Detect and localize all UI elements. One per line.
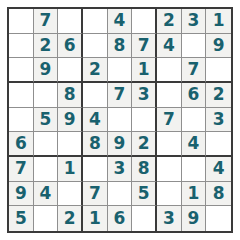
sudoku-cell-r5c9: 3 <box>206 108 231 133</box>
sudoku-cell-r1c1[interactable] <box>9 9 34 34</box>
sudoku-cell-r7c5: 3 <box>108 157 133 182</box>
sudoku-cell-r9c1: 5 <box>9 206 34 231</box>
sudoku-cell-r2c4[interactable] <box>83 34 108 59</box>
sudoku-cell-r4c5: 7 <box>108 83 133 108</box>
sudoku-cell-r1c9: 1 <box>206 9 231 34</box>
sudoku-board: 7423126874992178736259473689247138494751… <box>7 7 233 233</box>
sudoku-cell-r2c2: 2 <box>34 34 59 59</box>
sudoku-cell-r8c4: 7 <box>83 182 108 207</box>
sudoku-cell-r4c7[interactable] <box>157 83 182 108</box>
sudoku-cell-r8c5[interactable] <box>108 182 133 207</box>
sudoku-cell-r3c8: 7 <box>182 58 207 83</box>
sudoku-cell-r9c8: 9 <box>182 206 207 231</box>
sudoku-cell-r6c6: 2 <box>132 132 157 157</box>
sudoku-cell-r6c5: 9 <box>108 132 133 157</box>
sudoku-cell-r3c7[interactable] <box>157 58 182 83</box>
sudoku-cell-r3c3[interactable] <box>58 58 83 83</box>
sudoku-cell-r7c1: 7 <box>9 157 34 182</box>
sudoku-cell-r3c5[interactable] <box>108 58 133 83</box>
sudoku-cell-r6c8: 4 <box>182 132 207 157</box>
sudoku-cell-r8c2: 4 <box>34 182 59 207</box>
sudoku-cell-r4c9: 2 <box>206 83 231 108</box>
sudoku-cell-r7c2[interactable] <box>34 157 59 182</box>
sudoku-cell-r9c2[interactable] <box>34 206 59 231</box>
sudoku-cell-r5c4: 4 <box>83 108 108 133</box>
sudoku-cell-r4c2[interactable] <box>34 83 59 108</box>
sudoku-cell-r3c6: 1 <box>132 58 157 83</box>
sudoku-cell-r6c2[interactable] <box>34 132 59 157</box>
sudoku-cell-r8c9: 8 <box>206 182 231 207</box>
sudoku-cell-r2c7: 4 <box>157 34 182 59</box>
sudoku-cell-r1c7: 2 <box>157 9 182 34</box>
sudoku-cell-r3c1[interactable] <box>9 58 34 83</box>
sudoku-cell-r9c6[interactable] <box>132 206 157 231</box>
sudoku-cell-r9c4: 1 <box>83 206 108 231</box>
sudoku-cell-r6c9[interactable] <box>206 132 231 157</box>
sudoku-cell-r6c4: 8 <box>83 132 108 157</box>
sudoku-cell-r7c3: 1 <box>58 157 83 182</box>
sudoku-cell-r8c7[interactable] <box>157 182 182 207</box>
sudoku-cell-r8c3[interactable] <box>58 182 83 207</box>
sudoku-cell-r5c6[interactable] <box>132 108 157 133</box>
sudoku-cell-r7c7[interactable] <box>157 157 182 182</box>
sudoku-cell-r5c2: 5 <box>34 108 59 133</box>
sudoku-cell-r9c3: 2 <box>58 206 83 231</box>
sudoku-cell-r4c8: 6 <box>182 83 207 108</box>
sudoku-cell-r1c3[interactable] <box>58 9 83 34</box>
sudoku-cell-r4c6: 3 <box>132 83 157 108</box>
sudoku-cell-r9c7: 3 <box>157 206 182 231</box>
sudoku-cell-r1c4[interactable] <box>83 9 108 34</box>
sudoku-cell-r3c4: 2 <box>83 58 108 83</box>
sudoku-cell-r1c2: 7 <box>34 9 59 34</box>
sudoku-cell-r4c4[interactable] <box>83 83 108 108</box>
sudoku-cell-r9c9[interactable] <box>206 206 231 231</box>
sudoku-cell-r2c5: 8 <box>108 34 133 59</box>
sudoku-cell-r4c3: 8 <box>58 83 83 108</box>
sudoku-cell-r2c9: 9 <box>206 34 231 59</box>
sudoku-cell-r3c2: 9 <box>34 58 59 83</box>
sudoku-cell-r7c9: 4 <box>206 157 231 182</box>
sudoku-cell-r6c7[interactable] <box>157 132 182 157</box>
sudoku-cell-r3c9[interactable] <box>206 58 231 83</box>
sudoku-cell-r2c1[interactable] <box>9 34 34 59</box>
sudoku-cell-r5c1[interactable] <box>9 108 34 133</box>
sudoku-cell-r7c6: 8 <box>132 157 157 182</box>
sudoku-cell-r5c8[interactable] <box>182 108 207 133</box>
sudoku-cell-r2c3: 6 <box>58 34 83 59</box>
sudoku-cell-r8c8: 1 <box>182 182 207 207</box>
sudoku-cell-r6c1: 6 <box>9 132 34 157</box>
sudoku-cell-r5c5[interactable] <box>108 108 133 133</box>
sudoku-cell-r4c1[interactable] <box>9 83 34 108</box>
sudoku-cell-r5c3: 9 <box>58 108 83 133</box>
sudoku-cell-r2c8[interactable] <box>182 34 207 59</box>
sudoku-cell-r5c7: 7 <box>157 108 182 133</box>
sudoku-cell-r7c8[interactable] <box>182 157 207 182</box>
sudoku-cell-r7c4[interactable] <box>83 157 108 182</box>
sudoku-cell-r2c6: 7 <box>132 34 157 59</box>
sudoku-cell-r6c3[interactable] <box>58 132 83 157</box>
sudoku-cell-r1c8: 3 <box>182 9 207 34</box>
sudoku-cell-r1c6[interactable] <box>132 9 157 34</box>
sudoku-cell-r9c5: 6 <box>108 206 133 231</box>
sudoku-cell-r1c5: 4 <box>108 9 133 34</box>
sudoku-cell-r8c6: 5 <box>132 182 157 207</box>
sudoku-cell-r8c1: 9 <box>9 182 34 207</box>
